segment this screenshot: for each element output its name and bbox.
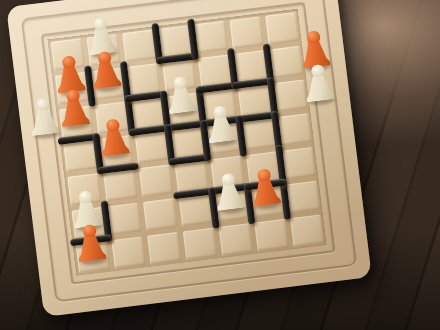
board-cell[interactable]: [130, 97, 164, 130]
board-cell[interactable]: [107, 202, 141, 235]
board-cell[interactable]: [193, 20, 227, 53]
orange-pawn[interactable]: [89, 50, 121, 91]
board-cell[interactable]: [63, 139, 97, 172]
board-cell[interactable]: [134, 130, 168, 163]
board-cell[interactable]: [254, 218, 288, 251]
board-cell[interactable]: [281, 147, 315, 180]
board-cell[interactable]: [269, 45, 303, 78]
pawn-head: [97, 51, 111, 64]
orange-pawn[interactable]: [74, 223, 106, 264]
pawn-head: [256, 168, 270, 181]
board-cell[interactable]: [174, 160, 208, 193]
board-cell[interactable]: [147, 232, 181, 265]
board-cell[interactable]: [138, 164, 172, 197]
pawn-head: [61, 55, 75, 68]
orange-pawn[interactable]: [58, 88, 90, 129]
board-cell[interactable]: [285, 180, 319, 213]
pawn-head: [212, 105, 226, 118]
white-pawn[interactable]: [213, 172, 245, 213]
board-cell[interactable]: [289, 214, 323, 247]
board-cell[interactable]: [142, 198, 176, 231]
board-cell[interactable]: [178, 193, 212, 226]
orange-pawn[interactable]: [98, 118, 130, 159]
white-reserve-pawn[interactable]: [303, 63, 335, 104]
white-pawn[interactable]: [205, 104, 237, 145]
pawn-head: [82, 224, 96, 237]
board-cell[interactable]: [126, 63, 160, 96]
photo-scene: [0, 0, 440, 330]
pawn-head: [105, 118, 119, 131]
white-reserve-pawn[interactable]: [28, 97, 60, 138]
pawn-head: [221, 173, 235, 186]
board-cell[interactable]: [241, 117, 275, 150]
fendo-board: [6, 0, 372, 317]
pawn-head: [93, 17, 107, 30]
board-cell[interactable]: [233, 50, 267, 83]
board-cell[interactable]: [157, 25, 191, 58]
board-cell[interactable]: [229, 16, 263, 49]
board-cell[interactable]: [182, 227, 216, 260]
board-cell[interactable]: [111, 236, 145, 269]
white-pawn[interactable]: [165, 75, 197, 116]
board-cell[interactable]: [197, 54, 231, 87]
pawn-head: [78, 190, 92, 203]
board-cell[interactable]: [122, 29, 156, 62]
board-cell[interactable]: [218, 223, 252, 256]
board-cell[interactable]: [170, 126, 204, 159]
board-cell[interactable]: [277, 113, 311, 146]
orange-pawn[interactable]: [249, 167, 281, 208]
pawn-head: [65, 89, 79, 102]
pawn-head: [173, 76, 187, 89]
board-cell[interactable]: [103, 168, 137, 201]
board-cell[interactable]: [237, 83, 271, 116]
board-cell[interactable]: [265, 12, 299, 45]
board-cell[interactable]: [273, 79, 307, 112]
